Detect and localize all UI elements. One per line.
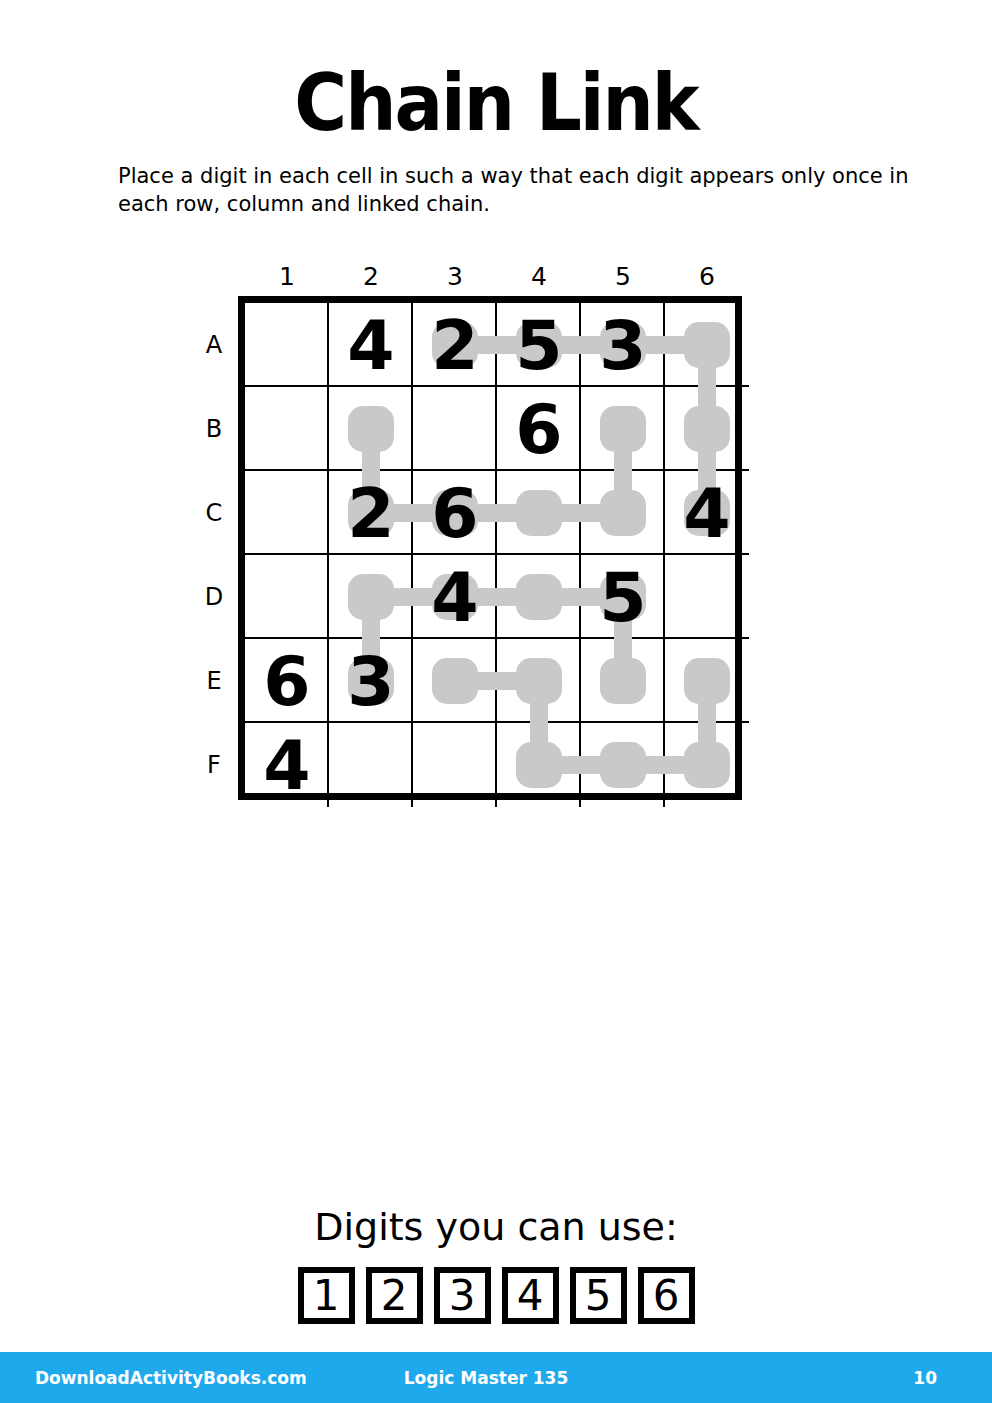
cell-D4[interactable] — [497, 555, 581, 639]
cell-C3: 6 — [413, 471, 497, 555]
cell-C4[interactable] — [497, 471, 581, 555]
instructions-line2: each row, column and linked chain. — [118, 192, 490, 216]
cell-E4[interactable] — [497, 639, 581, 723]
cell-B5[interactable] — [581, 387, 665, 471]
cell-F6[interactable] — [665, 723, 749, 807]
cell-E6[interactable] — [665, 639, 749, 723]
row-header-B: B — [190, 387, 238, 471]
cell-A5: 3 — [581, 303, 665, 387]
footer-page-number: 10 — [636, 1368, 937, 1388]
cell-C6: 4 — [665, 471, 749, 555]
footer-site: DownloadActivityBooks.com — [35, 1368, 336, 1388]
cell-F4[interactable] — [497, 723, 581, 807]
cell-E2: 3 — [329, 639, 413, 723]
digit-box-2: 2 — [366, 1267, 423, 1324]
cell-A4: 5 — [497, 303, 581, 387]
cell-F2[interactable] — [329, 723, 413, 807]
cell-A3: 2 — [413, 303, 497, 387]
cell-D6[interactable] — [665, 555, 749, 639]
instructions-line1: Place a digit in each cell in such a way… — [118, 164, 909, 188]
digit-box-1: 1 — [298, 1267, 355, 1324]
puzzle: 123456 ABCDEF 4253626445634 — [190, 262, 749, 807]
cell-F3[interactable] — [413, 723, 497, 807]
digit-box-5: 5 — [570, 1267, 627, 1324]
row-header-F: F — [190, 723, 238, 807]
row-header-A: A — [190, 303, 238, 387]
digits-section: Digits you can use: 123456 — [0, 1205, 992, 1324]
cell-D5: 5 — [581, 555, 665, 639]
page-title: Chain Link — [0, 58, 992, 149]
col-header-2: 2 — [329, 262, 413, 292]
digit-box-3: 3 — [434, 1267, 491, 1324]
cell-A6[interactable] — [665, 303, 749, 387]
cell-E1: 6 — [245, 639, 329, 723]
digit-grid: 4253626445634 — [245, 303, 749, 807]
cell-A1[interactable] — [245, 303, 329, 387]
cell-E5[interactable] — [581, 639, 665, 723]
digit-box-4: 4 — [502, 1267, 559, 1324]
col-header-1: 1 — [245, 262, 329, 292]
instructions: Place a digit in each cell in such a way… — [118, 163, 918, 218]
col-header-5: 5 — [581, 262, 665, 292]
col-header-4: 4 — [497, 262, 581, 292]
cell-A2: 4 — [329, 303, 413, 387]
page: Chain Link Place a digit in each cell in… — [0, 0, 992, 1403]
cell-D1[interactable] — [245, 555, 329, 639]
cell-D2[interactable] — [329, 555, 413, 639]
cell-C2: 2 — [329, 471, 413, 555]
cell-D3: 4 — [413, 555, 497, 639]
digits-title: Digits you can use: — [0, 1205, 992, 1249]
digit-boxes: 123456 — [0, 1267, 992, 1324]
col-header-6: 6 — [665, 262, 749, 292]
cell-F1: 4 — [245, 723, 329, 807]
cell-B3[interactable] — [413, 387, 497, 471]
board: 4253626445634 — [238, 296, 742, 800]
col-header-3: 3 — [413, 262, 497, 292]
cell-B1[interactable] — [245, 387, 329, 471]
cell-C5[interactable] — [581, 471, 665, 555]
cell-F5[interactable] — [581, 723, 665, 807]
cell-B6[interactable] — [665, 387, 749, 471]
digit-box-6: 6 — [638, 1267, 695, 1324]
cell-C1[interactable] — [245, 471, 329, 555]
row-header-C: C — [190, 471, 238, 555]
row-headers: ABCDEF — [190, 296, 238, 807]
row-header-E: E — [190, 639, 238, 723]
cell-E3[interactable] — [413, 639, 497, 723]
row-header-D: D — [190, 555, 238, 639]
column-headers: 123456 — [245, 262, 749, 292]
footer-book: Logic Master 135 — [336, 1368, 637, 1388]
cell-B2[interactable] — [329, 387, 413, 471]
footer: DownloadActivityBooks.com Logic Master 1… — [0, 1352, 992, 1403]
cell-B4: 6 — [497, 387, 581, 471]
